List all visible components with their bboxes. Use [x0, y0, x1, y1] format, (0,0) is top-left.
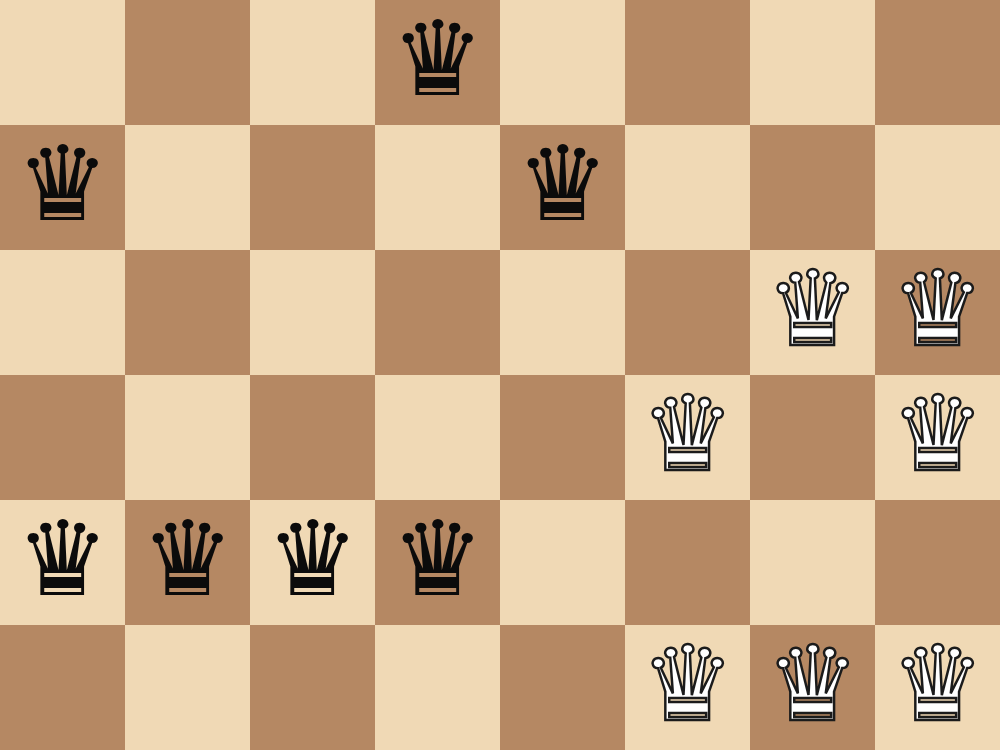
black-queen-icon[interactable]: ♛ [16, 507, 109, 611]
square-r1c6[interactable] [750, 125, 875, 250]
square-r1c1[interactable] [125, 125, 250, 250]
square-r4c2[interactable]: ♛ [250, 500, 375, 625]
square-r0c0[interactable] [0, 0, 125, 125]
square-r0c1[interactable] [125, 0, 250, 125]
square-r2c7[interactable]: ♛ [875, 250, 1000, 375]
square-r5c4[interactable] [500, 625, 625, 750]
square-r1c4[interactable]: ♛ [500, 125, 625, 250]
square-r0c5[interactable] [625, 0, 750, 125]
black-queen-icon[interactable]: ♛ [16, 132, 109, 236]
square-r1c3[interactable] [375, 125, 500, 250]
white-queen-icon[interactable]: ♛ [766, 257, 859, 361]
square-r0c2[interactable] [250, 0, 375, 125]
white-queen-icon[interactable]: ♛ [641, 632, 734, 736]
white-queen-icon[interactable]: ♛ [891, 257, 984, 361]
white-queen-icon[interactable]: ♛ [891, 632, 984, 736]
square-r2c6[interactable]: ♛ [750, 250, 875, 375]
square-r3c7[interactable]: ♛ [875, 375, 1000, 500]
square-r2c4[interactable] [500, 250, 625, 375]
square-r0c4[interactable] [500, 0, 625, 125]
square-r2c2[interactable] [250, 250, 375, 375]
square-r3c0[interactable] [0, 375, 125, 500]
square-r5c6[interactable]: ♛ [750, 625, 875, 750]
black-queen-icon[interactable]: ♛ [141, 507, 234, 611]
square-r1c5[interactable] [625, 125, 750, 250]
black-queen-icon[interactable]: ♛ [391, 7, 484, 111]
square-r4c3[interactable]: ♛ [375, 500, 500, 625]
square-r1c7[interactable] [875, 125, 1000, 250]
square-r4c5[interactable] [625, 500, 750, 625]
black-queen-icon[interactable]: ♛ [391, 507, 484, 611]
square-r3c5[interactable]: ♛ [625, 375, 750, 500]
square-r1c2[interactable] [250, 125, 375, 250]
square-r5c5[interactable]: ♛ [625, 625, 750, 750]
square-r0c6[interactable] [750, 0, 875, 125]
black-queen-icon[interactable]: ♛ [266, 507, 359, 611]
square-r2c5[interactable] [625, 250, 750, 375]
square-r4c0[interactable]: ♛ [0, 500, 125, 625]
square-r2c0[interactable] [0, 250, 125, 375]
square-r2c3[interactable] [375, 250, 500, 375]
white-queen-icon[interactable]: ♛ [641, 382, 734, 486]
white-queen-icon[interactable]: ♛ [766, 632, 859, 736]
square-r0c3[interactable]: ♛ [375, 0, 500, 125]
square-r5c7[interactable]: ♛ [875, 625, 1000, 750]
square-r3c3[interactable] [375, 375, 500, 500]
square-r3c6[interactable] [750, 375, 875, 500]
square-r5c3[interactable] [375, 625, 500, 750]
black-queen-icon[interactable]: ♛ [516, 132, 609, 236]
square-r5c2[interactable] [250, 625, 375, 750]
square-r3c2[interactable] [250, 375, 375, 500]
square-r4c1[interactable]: ♛ [125, 500, 250, 625]
square-r1c0[interactable]: ♛ [0, 125, 125, 250]
square-r5c0[interactable] [0, 625, 125, 750]
square-r4c4[interactable] [500, 500, 625, 625]
square-r5c1[interactable] [125, 625, 250, 750]
square-r0c7[interactable] [875, 0, 1000, 125]
chess-board: ♛♛♛♛♛♛♛♛♛♛♛♛♛♛ [0, 0, 1000, 750]
square-r3c1[interactable] [125, 375, 250, 500]
square-r2c1[interactable] [125, 250, 250, 375]
square-r3c4[interactable] [500, 375, 625, 500]
square-r4c7[interactable] [875, 500, 1000, 625]
white-queen-icon[interactable]: ♛ [891, 382, 984, 486]
square-r4c6[interactable] [750, 500, 875, 625]
